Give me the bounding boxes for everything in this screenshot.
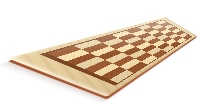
photo-background bbox=[0, 0, 200, 104]
board-squares-grid bbox=[46, 20, 191, 83]
